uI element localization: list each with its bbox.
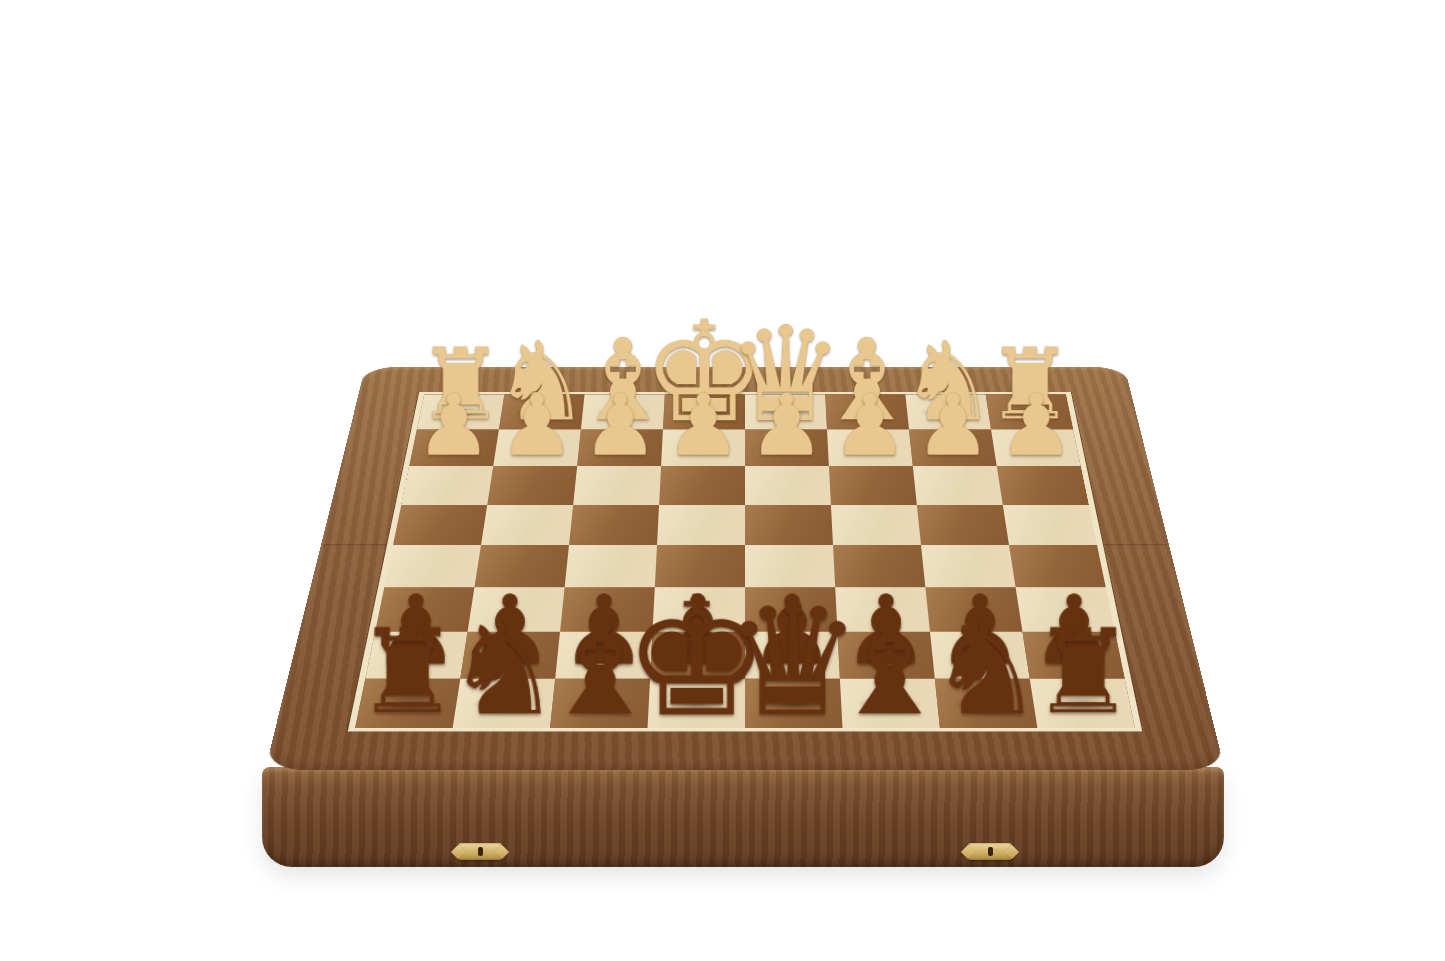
piece-black-rook: ♜ <box>990 614 1176 730</box>
square-g4 <box>481 505 573 545</box>
perspective-container: ♜♞♝♚♛♝♞♜♟♟♟♟♟♟♟♟♟♟♟♟♟♟♟♟♜♞♝♚♛♝♞♜ <box>0 0 1445 961</box>
square-d3 <box>745 466 831 504</box>
square-h8: ♜ <box>355 679 460 728</box>
square-f4 <box>569 505 659 545</box>
fold-seam-left <box>323 545 387 546</box>
square-b4 <box>917 505 1009 545</box>
square-f3 <box>573 466 661 504</box>
square-h3 <box>401 466 493 504</box>
square-b3 <box>913 466 1003 504</box>
square-a3 <box>997 466 1089 504</box>
playing-grid: ♜♞♝♚♛♝♞♜♟♟♟♟♟♟♟♟♟♟♟♟♟♟♟♟♜♞♝♚♛♝♞♜ <box>348 392 1142 731</box>
square-e4 <box>657 505 745 545</box>
piece-black-queen: ♛ <box>700 582 886 738</box>
square-c3 <box>829 466 917 504</box>
square-d4 <box>745 505 833 545</box>
board-frame: ♜♞♝♚♛♝♞♜♟♟♟♟♟♟♟♟♟♟♟♟♟♟♟♟♜♞♝♚♛♝♞♜ <box>265 367 1225 771</box>
square-a2: ♟ <box>991 429 1081 466</box>
square-d8: ♛ <box>745 679 842 728</box>
square-f8: ♝ <box>550 679 650 728</box>
square-g3 <box>487 466 577 504</box>
piece-black-bishop: ♝ <box>507 600 693 734</box>
chess-board: ♜♞♝♚♛♝♞♜♟♟♟♟♟♟♟♟♟♟♟♟♟♟♟♟♜♞♝♚♛♝♞♜ <box>265 367 1225 771</box>
square-a4 <box>1003 505 1097 545</box>
square-h4 <box>393 505 487 545</box>
photo-scene: ♜♞♝♚♛♝♞♜♟♟♟♟♟♟♟♟♟♟♟♟♟♟♟♟♜♞♝♚♛♝♞♜ <box>0 0 1445 961</box>
piece-black-rook: ♜ <box>314 614 500 730</box>
fold-seam-right <box>1103 545 1167 546</box>
square-e3 <box>659 466 745 504</box>
square-c4 <box>831 505 921 545</box>
square-a8: ♜ <box>1030 679 1135 728</box>
